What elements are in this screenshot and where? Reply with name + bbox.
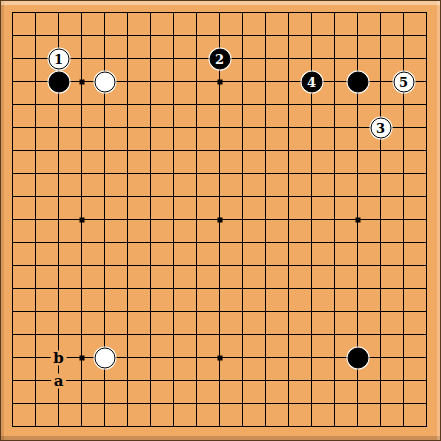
board-grid[interactable]: ba15324 bbox=[12, 12, 427, 427]
star-point bbox=[79, 217, 84, 222]
white-stone-move-5[interactable]: 5 bbox=[393, 71, 414, 92]
white-stone[interactable] bbox=[94, 347, 115, 368]
star-point bbox=[79, 79, 84, 84]
star-point bbox=[355, 217, 360, 222]
go-board[interactable]: ba15324 bbox=[0, 0, 441, 441]
black-stone[interactable] bbox=[347, 71, 368, 92]
white-stone[interactable] bbox=[94, 71, 115, 92]
point-label-a[interactable]: a bbox=[51, 373, 67, 388]
star-point bbox=[217, 79, 222, 84]
point-label-b[interactable]: b bbox=[50, 350, 67, 365]
white-stone-move-3[interactable]: 3 bbox=[370, 117, 391, 138]
black-stone-move-2[interactable]: 2 bbox=[209, 48, 230, 69]
black-stone[interactable] bbox=[347, 347, 368, 368]
black-stone-move-4[interactable]: 4 bbox=[301, 71, 322, 92]
black-stone[interactable] bbox=[48, 71, 69, 92]
star-point bbox=[79, 355, 84, 360]
star-point bbox=[217, 355, 222, 360]
white-stone-move-1[interactable]: 1 bbox=[48, 48, 69, 69]
star-point bbox=[217, 217, 222, 222]
